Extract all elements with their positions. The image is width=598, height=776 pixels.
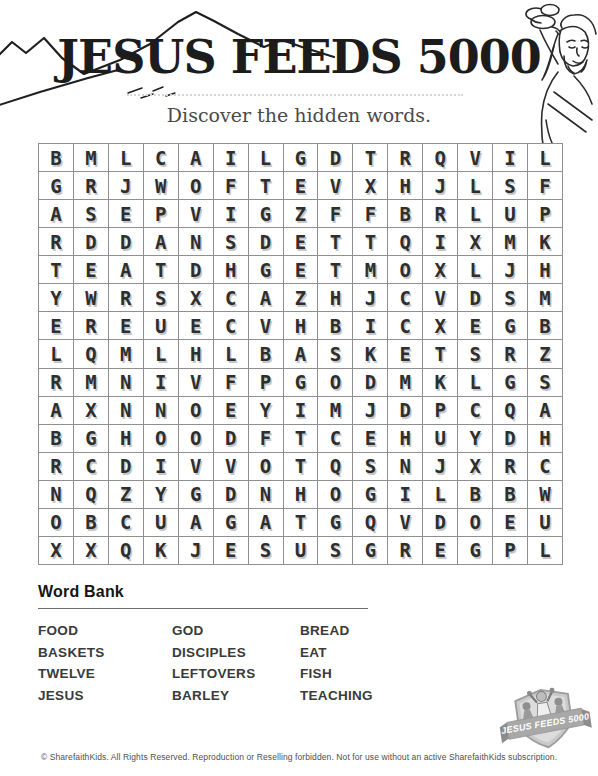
grid-cell-r1c2[interactable]: M bbox=[74, 144, 108, 171]
grid-cell-r13c1[interactable]: N bbox=[39, 481, 73, 508]
grid-cell-r14c3[interactable]: C bbox=[109, 509, 143, 536]
grid-cell-r14c6[interactable]: G bbox=[214, 509, 248, 536]
grid-cell-r6c1[interactable]: Y bbox=[39, 284, 73, 311]
grid-cell-r14c13[interactable]: O bbox=[458, 509, 492, 536]
grid-cell-r5c8[interactable]: E bbox=[284, 256, 318, 283]
grid-cell-r8c2[interactable]: Q bbox=[74, 340, 108, 367]
grid-cell-r8c13[interactable]: S bbox=[458, 340, 492, 367]
grid-cell-r10c15[interactable]: A bbox=[528, 397, 562, 424]
grid-cell-r7c13[interactable]: E bbox=[458, 312, 492, 339]
grid-cell-r4c5[interactable]: N bbox=[179, 228, 213, 255]
grid-cell-r11c2[interactable]: G bbox=[74, 425, 108, 452]
grid-cell-r11c4[interactable]: O bbox=[144, 425, 178, 452]
grid-cell-r10c5[interactable]: O bbox=[179, 397, 213, 424]
grid-cell-r6c13[interactable]: D bbox=[458, 284, 492, 311]
grid-cell-r7c6[interactable]: C bbox=[214, 312, 248, 339]
grid-cell-r6c9[interactable]: H bbox=[318, 284, 352, 311]
word-bank-column: FOODBASKETSTWELVEJESUS bbox=[38, 620, 172, 706]
grid-cell-r10c10[interactable]: J bbox=[353, 397, 387, 424]
grid-cell-r3c5[interactable]: V bbox=[179, 200, 213, 227]
grid-cell-r1c14[interactable]: I bbox=[493, 144, 527, 171]
grid-cell-r11c12[interactable]: U bbox=[423, 425, 457, 452]
grid-cell-r15c5[interactable]: J bbox=[179, 537, 213, 564]
grid-cell-r2c15[interactable]: F bbox=[528, 172, 562, 199]
grid-cell-r12c15[interactable]: C bbox=[528, 453, 562, 480]
grid-cell-r2c3[interactable]: J bbox=[109, 172, 143, 199]
grid-cell-r13c11[interactable]: I bbox=[388, 481, 422, 508]
grid-cell-r1c3[interactable]: L bbox=[109, 144, 143, 171]
grid-cell-r7c2[interactable]: R bbox=[74, 312, 108, 339]
grid-cell-r9c9[interactable]: O bbox=[318, 369, 352, 396]
grid-cell-r2c14[interactable]: S bbox=[493, 172, 527, 199]
footer-copyright: © SharefaithKids. All Rights Reserved. R… bbox=[0, 752, 598, 762]
grid-cell-r9c4[interactable]: I bbox=[144, 369, 178, 396]
grid-cell-r9c14[interactable]: G bbox=[493, 369, 527, 396]
grid-cell-r8c9[interactable]: S bbox=[318, 340, 352, 367]
grid-cell-r15c6[interactable]: E bbox=[214, 537, 248, 564]
grid-cell-r6c6[interactable]: C bbox=[214, 284, 248, 311]
grid-cell-r8c10[interactable]: K bbox=[353, 340, 387, 367]
grid-cell-r9c12[interactable]: K bbox=[423, 369, 457, 396]
grid-cell-r12c1[interactable]: R bbox=[39, 453, 73, 480]
grid-cell-r13c7[interactable]: N bbox=[249, 481, 283, 508]
grid-cell-r9c3[interactable]: N bbox=[109, 369, 143, 396]
grid-cell-r14c2[interactable]: B bbox=[74, 509, 108, 536]
grid-cell-r10c1[interactable]: A bbox=[39, 397, 73, 424]
word-bank-item-twelve: TWELVE bbox=[38, 663, 172, 685]
grid-cell-r15c15[interactable]: L bbox=[528, 537, 562, 564]
grid-cell-r4c7[interactable]: D bbox=[249, 228, 283, 255]
grid-cell-r9c1[interactable]: R bbox=[39, 369, 73, 396]
grid-cell-r8c8[interactable]: A bbox=[284, 340, 318, 367]
grid-cell-r10c12[interactable]: P bbox=[423, 397, 457, 424]
grid-cell-r6c11[interactable]: C bbox=[388, 284, 422, 311]
grid-cell-r12c3[interactable]: D bbox=[109, 453, 143, 480]
grid-cell-r11c11[interactable]: H bbox=[388, 425, 422, 452]
grid-cell-r2c10[interactable]: X bbox=[353, 172, 387, 199]
grid-cell-r3c15[interactable]: P bbox=[528, 200, 562, 227]
grid-cell-r9c15[interactable]: S bbox=[528, 369, 562, 396]
word-bank-divider bbox=[38, 608, 368, 609]
word-search-grid: BMLCAILGDTRQVILGRJWOFTEVXHJLSFASEPVIGZFF… bbox=[38, 143, 563, 565]
grid-cell-r13c2[interactable]: Q bbox=[74, 481, 108, 508]
grid-cell-r5c6[interactable]: H bbox=[214, 256, 248, 283]
grid-cell-r2c5[interactable]: O bbox=[179, 172, 213, 199]
grid-cell-r5c14[interactable]: J bbox=[493, 256, 527, 283]
grid-cell-r8c3[interactable]: M bbox=[109, 340, 143, 367]
word-bank-item-god: GOD bbox=[172, 620, 300, 642]
word-bank-item-teaching: TEACHING bbox=[300, 685, 434, 707]
grid-cell-r4c11[interactable]: Q bbox=[388, 228, 422, 255]
grid-cell-r5c4[interactable]: T bbox=[144, 256, 178, 283]
grid-cell-r7c14[interactable]: G bbox=[493, 312, 527, 339]
grid-cell-r3c3[interactable]: E bbox=[109, 200, 143, 227]
grid-cell-r8c15[interactable]: Z bbox=[528, 340, 562, 367]
grid-cell-r2c7[interactable]: T bbox=[249, 172, 283, 199]
grid-cell-r15c14[interactable]: P bbox=[493, 537, 527, 564]
grid-cell-r5c7[interactable]: G bbox=[249, 256, 283, 283]
grid-cell-r12c5[interactable]: V bbox=[179, 453, 213, 480]
grid-cell-r6c3[interactable]: R bbox=[109, 284, 143, 311]
grid-cell-r15c10[interactable]: G bbox=[353, 537, 387, 564]
grid-cell-r6c7[interactable]: A bbox=[249, 284, 283, 311]
grid-cell-r10c7[interactable]: Y bbox=[249, 397, 283, 424]
grid-cell-r12c7[interactable]: O bbox=[249, 453, 283, 480]
grid-cell-r12c11[interactable]: N bbox=[388, 453, 422, 480]
grid-cell-r5c15[interactable]: H bbox=[528, 256, 562, 283]
grid-cell-r12c12[interactable]: J bbox=[423, 453, 457, 480]
word-bank-item-jesus: JESUS bbox=[38, 685, 172, 707]
grid-cell-r4c14[interactable]: M bbox=[493, 228, 527, 255]
grid-cell-r7c3[interactable]: E bbox=[109, 312, 143, 339]
grid-cell-r14c11[interactable]: V bbox=[388, 509, 422, 536]
grid-cell-r1c13[interactable]: V bbox=[458, 144, 492, 171]
grid-cell-r11c8[interactable]: T bbox=[284, 425, 318, 452]
grid-cell-r13c15[interactable]: W bbox=[528, 481, 562, 508]
word-bank-heading: Word Bank bbox=[38, 583, 124, 601]
grid-cell-r14c7[interactable]: A bbox=[249, 509, 283, 536]
grid-cell-r6c10[interactable]: J bbox=[353, 284, 387, 311]
grid-cell-r1c6[interactable]: I bbox=[214, 144, 248, 171]
grid-cell-r9c7[interactable]: P bbox=[249, 369, 283, 396]
grid-cell-r7c15[interactable]: B bbox=[528, 312, 562, 339]
grid-cell-r3c1[interactable]: A bbox=[39, 200, 73, 227]
grid-cell-r13c3[interactable]: Z bbox=[109, 481, 143, 508]
grid-cell-r3c4[interactable]: P bbox=[144, 200, 178, 227]
grid-cell-r8c1[interactable]: L bbox=[39, 340, 73, 367]
grid-cell-r1c7[interactable]: L bbox=[249, 144, 283, 171]
grid-cell-r2c4[interactable]: W bbox=[144, 172, 178, 199]
grid-cell-r5c3[interactable]: A bbox=[109, 256, 143, 283]
grid-cell-r12c13[interactable]: X bbox=[458, 453, 492, 480]
grid-cell-r5c9[interactable]: T bbox=[318, 256, 352, 283]
grid-cell-r14c14[interactable]: E bbox=[493, 509, 527, 536]
grid-cell-r9c6[interactable]: F bbox=[214, 369, 248, 396]
grid-cell-r7c10[interactable]: I bbox=[353, 312, 387, 339]
page-title: JESUS FEEDS 5000 bbox=[0, 30, 598, 84]
word-bank-column: GODDISCIPLESLEFTOVERSBARLEY bbox=[172, 620, 300, 706]
grid-cell-r9c5[interactable]: V bbox=[179, 369, 213, 396]
grid-cell-r2c2[interactable]: R bbox=[74, 172, 108, 199]
grid-cell-r12c14[interactable]: R bbox=[493, 453, 527, 480]
grid-cell-r2c11[interactable]: H bbox=[388, 172, 422, 199]
grid-cell-r7c4[interactable]: U bbox=[144, 312, 178, 339]
grid-cell-r2c13[interactable]: L bbox=[458, 172, 492, 199]
grid-cell-r12c6[interactable]: V bbox=[214, 453, 248, 480]
grid-cell-r3c11[interactable]: B bbox=[388, 200, 422, 227]
grid-cell-r8c11[interactable]: E bbox=[388, 340, 422, 367]
grid-cell-r4c4[interactable]: A bbox=[144, 228, 178, 255]
grid-cell-r2c1[interactable]: G bbox=[39, 172, 73, 199]
grid-cell-r1c9[interactable]: D bbox=[318, 144, 352, 171]
grid-cell-r5c12[interactable]: X bbox=[423, 256, 457, 283]
grid-cell-r14c15[interactable]: U bbox=[528, 509, 562, 536]
grid-cell-r11c10[interactable]: E bbox=[353, 425, 387, 452]
grid-cell-r4c6[interactable]: S bbox=[214, 228, 248, 255]
grid-cell-r10c13[interactable]: C bbox=[458, 397, 492, 424]
grid-cell-r14c1[interactable]: O bbox=[39, 509, 73, 536]
grid-cell-r5c10[interactable]: M bbox=[353, 256, 387, 283]
badge-logo: JESUS FEEDS 5000 bbox=[494, 682, 596, 756]
grid-cell-r8c6[interactable]: L bbox=[214, 340, 248, 367]
grid-cell-r1c12[interactable]: Q bbox=[423, 144, 457, 171]
grid-cell-r8c12[interactable]: T bbox=[423, 340, 457, 367]
grid-cell-r8c7[interactable]: B bbox=[249, 340, 283, 367]
word-bank-item-leftovers: LEFTOVERS bbox=[172, 663, 300, 685]
grid-cell-r3c9[interactable]: F bbox=[318, 200, 352, 227]
grid-cell-r15c1[interactable]: X bbox=[39, 537, 73, 564]
grid-cell-r4c3[interactable]: D bbox=[109, 228, 143, 255]
grid-cell-r4c12[interactable]: I bbox=[423, 228, 457, 255]
grid-cell-r12c10[interactable]: S bbox=[353, 453, 387, 480]
grid-cell-r4c15[interactable]: K bbox=[528, 228, 562, 255]
grid-cell-r13c14[interactable]: B bbox=[493, 481, 527, 508]
grid-cell-r6c2[interactable]: W bbox=[74, 284, 108, 311]
grid-cell-r3c2[interactable]: S bbox=[74, 200, 108, 227]
grid-cell-r15c4[interactable]: K bbox=[144, 537, 178, 564]
grid-cell-r4c1[interactable]: R bbox=[39, 228, 73, 255]
grid-cell-r2c12[interactable]: J bbox=[423, 172, 457, 199]
word-bank-column: BREADEATFISHTEACHING bbox=[300, 620, 434, 706]
grid-cell-r4c9[interactable]: T bbox=[318, 228, 352, 255]
grid-cell-r13c5[interactable]: G bbox=[179, 481, 213, 508]
word-bank-item-barley: BARLEY bbox=[172, 685, 300, 707]
grid-cell-r8c4[interactable]: L bbox=[144, 340, 178, 367]
grid-cell-r11c5[interactable]: O bbox=[179, 425, 213, 452]
grid-cell-r10c8[interactable]: I bbox=[284, 397, 318, 424]
word-bank-list: FOODBASKETSTWELVEJESUSGODDISCIPLESLEFTOV… bbox=[38, 620, 468, 706]
grid-cell-r3c8[interactable]: Z bbox=[284, 200, 318, 227]
grid-cell-r3c10[interactable]: F bbox=[353, 200, 387, 227]
grid-cell-r5c2[interactable]: E bbox=[74, 256, 108, 283]
grid-cell-r15c11[interactable]: R bbox=[388, 537, 422, 564]
grid-cell-r15c8[interactable]: U bbox=[284, 537, 318, 564]
word-bank-item-baskets: BASKETS bbox=[38, 642, 172, 664]
grid-cell-r15c7[interactable]: S bbox=[249, 537, 283, 564]
grid-cell-r13c6[interactable]: D bbox=[214, 481, 248, 508]
grid-cell-r7c11[interactable]: C bbox=[388, 312, 422, 339]
grid-cell-r7c8[interactable]: H bbox=[284, 312, 318, 339]
grid-cell-r12c4[interactable]: I bbox=[144, 453, 178, 480]
grid-cell-r13c10[interactable]: G bbox=[353, 481, 387, 508]
grid-cell-r9c8[interactable]: G bbox=[284, 369, 318, 396]
grid-cell-r4c8[interactable]: E bbox=[284, 228, 318, 255]
grid-cell-r6c14[interactable]: S bbox=[493, 284, 527, 311]
grid-cell-r1c8[interactable]: G bbox=[284, 144, 318, 171]
grid-cell-r3c7[interactable]: G bbox=[249, 200, 283, 227]
grid-cell-r3c12[interactable]: R bbox=[423, 200, 457, 227]
grid-cell-r14c5[interactable]: A bbox=[179, 509, 213, 536]
grid-cell-r7c1[interactable]: E bbox=[39, 312, 73, 339]
word-bank-item-food: FOOD bbox=[38, 620, 172, 642]
grid-cell-r10c9[interactable]: M bbox=[318, 397, 352, 424]
grid-cell-r8c5[interactable]: H bbox=[179, 340, 213, 367]
grid-cell-r9c10[interactable]: D bbox=[353, 369, 387, 396]
grid-cell-r11c3[interactable]: H bbox=[109, 425, 143, 452]
grid-cell-r2c9[interactable]: V bbox=[318, 172, 352, 199]
grid-cell-r6c12[interactable]: V bbox=[423, 284, 457, 311]
grid-cell-r10c3[interactable]: N bbox=[109, 397, 143, 424]
grid-cell-r12c9[interactable]: Q bbox=[318, 453, 352, 480]
grid-cell-r3c14[interactable]: U bbox=[493, 200, 527, 227]
grid-cell-r1c4[interactable]: C bbox=[144, 144, 178, 171]
grid-cell-r13c4[interactable]: Y bbox=[144, 481, 178, 508]
grid-cell-r14c10[interactable]: Q bbox=[353, 509, 387, 536]
grid-cell-r1c10[interactable]: T bbox=[353, 144, 387, 171]
grid-cell-r10c2[interactable]: X bbox=[74, 397, 108, 424]
grid-cell-r15c12[interactable]: E bbox=[423, 537, 457, 564]
grid-cell-r13c13[interactable]: B bbox=[458, 481, 492, 508]
grid-cell-r8c14[interactable]: R bbox=[493, 340, 527, 367]
grid-cell-r15c13[interactable]: G bbox=[458, 537, 492, 564]
grid-cell-r9c11[interactable]: M bbox=[388, 369, 422, 396]
grid-cell-r12c2[interactable]: C bbox=[74, 453, 108, 480]
worksheet-page: JESUS FEEDS 5000 Discover the hidden wor… bbox=[0, 0, 598, 776]
grid-cell-r1c11[interactable]: R bbox=[388, 144, 422, 171]
grid-cell-r2c6[interactable]: F bbox=[214, 172, 248, 199]
grid-cell-r5c5[interactable]: D bbox=[179, 256, 213, 283]
grid-cell-r13c12[interactable]: L bbox=[423, 481, 457, 508]
grid-cell-r5c13[interactable]: L bbox=[458, 256, 492, 283]
grid-cell-r6c4[interactable]: S bbox=[144, 284, 178, 311]
grid-cell-r11c6[interactable]: D bbox=[214, 425, 248, 452]
grid-cell-r5c11[interactable]: O bbox=[388, 256, 422, 283]
grid-cell-r15c3[interactable]: Q bbox=[109, 537, 143, 564]
grid-cell-r6c8[interactable]: Z bbox=[284, 284, 318, 311]
grid-cell-r12c8[interactable]: T bbox=[284, 453, 318, 480]
grid-cell-r9c2[interactable]: M bbox=[74, 369, 108, 396]
grid-cell-r1c15[interactable]: L bbox=[528, 144, 562, 171]
grid-cell-r13c9[interactable]: O bbox=[318, 481, 352, 508]
subtitle: Discover the hidden words. bbox=[0, 104, 598, 126]
grid-cell-r7c7[interactable]: V bbox=[249, 312, 283, 339]
grid-cell-r7c5[interactable]: E bbox=[179, 312, 213, 339]
grid-cell-r4c10[interactable]: T bbox=[353, 228, 387, 255]
grid-cell-r9c13[interactable]: L bbox=[458, 369, 492, 396]
word-bank-item-disciples: DISCIPLES bbox=[172, 642, 300, 664]
word-bank-item-bread: BREAD bbox=[300, 620, 434, 642]
grid-cell-r14c8[interactable]: T bbox=[284, 509, 318, 536]
grid-cell-r7c12[interactable]: X bbox=[423, 312, 457, 339]
grid-cell-r11c9[interactable]: C bbox=[318, 425, 352, 452]
grid-cell-r11c7[interactable]: F bbox=[249, 425, 283, 452]
grid-cell-r14c12[interactable]: D bbox=[423, 509, 457, 536]
grid-cell-r14c4[interactable]: U bbox=[144, 509, 178, 536]
grid-cell-r5c1[interactable]: T bbox=[39, 256, 73, 283]
grid-cell-r2c8[interactable]: E bbox=[284, 172, 318, 199]
grid-cell-r11c14[interactable]: D bbox=[493, 425, 527, 452]
grid-cell-r15c9[interactable]: S bbox=[318, 537, 352, 564]
grid-cell-r10c14[interactable]: Q bbox=[493, 397, 527, 424]
grid-cell-r11c1[interactable]: B bbox=[39, 425, 73, 452]
title-divider bbox=[127, 94, 463, 96]
grid-cell-r1c5[interactable]: A bbox=[179, 144, 213, 171]
grid-cell-r3c13[interactable]: L bbox=[458, 200, 492, 227]
grid-cell-r11c15[interactable]: H bbox=[528, 425, 562, 452]
word-bank-item-fish: FISH bbox=[300, 663, 434, 685]
grid-cell-r15c2[interactable]: X bbox=[74, 537, 108, 564]
grid-cell-r3c6[interactable]: I bbox=[214, 200, 248, 227]
grid-cell-r10c6[interactable]: E bbox=[214, 397, 248, 424]
grid-cell-r4c13[interactable]: X bbox=[458, 228, 492, 255]
grid-cell-r7c9[interactable]: B bbox=[318, 312, 352, 339]
grid-cell-r6c5[interactable]: X bbox=[179, 284, 213, 311]
grid-cell-r6c15[interactable]: M bbox=[528, 284, 562, 311]
grid-cell-r10c4[interactable]: N bbox=[144, 397, 178, 424]
grid-cell-r14c9[interactable]: G bbox=[318, 509, 352, 536]
grid-cell-r1c1[interactable]: B bbox=[39, 144, 73, 171]
grid-cell-r13c8[interactable]: H bbox=[284, 481, 318, 508]
grid-cell-r10c11[interactable]: D bbox=[388, 397, 422, 424]
grid-cell-r11c13[interactable]: Y bbox=[458, 425, 492, 452]
grid-cell-r4c2[interactable]: D bbox=[74, 228, 108, 255]
word-bank-item-eat: EAT bbox=[300, 642, 434, 664]
